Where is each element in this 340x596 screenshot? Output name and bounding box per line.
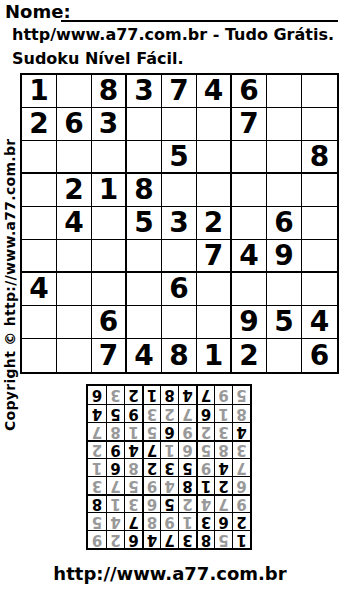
sudoku-cell-r4c8 [267,174,302,207]
solution-cell-r5c5: 3 [160,458,178,476]
solution-cell-r7c9: 7 [88,422,106,440]
solution-cell-r6c5: 1 [160,440,178,458]
solution-cell-r7c3: 2 [196,422,214,440]
sudoku-cell-r9c6: 1 [197,339,232,372]
solution-cell-r9c3: 7 [196,386,214,404]
sudoku-cell-r8c6 [197,306,232,339]
sudoku-cell-r8c1 [22,306,57,339]
solution-cell-r9c1: 5 [232,386,250,404]
solution-cell-r6c8: 9 [106,440,124,458]
puzzle-level-title: Sudoku Nível Fácil. [12,49,184,68]
solution-cell-r7c6: 5 [142,422,160,440]
copyright-vertical-text: Copyright © http://www.a77.com.br [2,139,18,432]
solution-cell-r1c7: 6 [124,530,142,548]
sudoku-cell-r5c4: 5 [127,207,162,240]
solution-cell-r4c7: 5 [124,476,142,494]
sudoku-cell-r7c6 [197,273,232,306]
sudoku-cell-r9c8 [267,339,302,372]
sudoku-cell-r4c2: 2 [57,174,92,207]
solution-cell-r5c4: 5 [178,458,196,476]
solution-cell-r3c2: 7 [214,494,232,512]
solution-cell-r6c2: 8 [214,440,232,458]
solution-cell-r2c2: 6 [214,512,232,530]
solution-cell-r7c7: 1 [124,422,142,440]
solution-cell-r6c7: 4 [124,440,142,458]
sudoku-cell-r2c6 [197,108,232,141]
sudoku-cell-r3c7 [232,141,267,174]
solution-cell-r9c4: 4 [178,386,196,404]
name-blank-line [61,20,338,22]
solution-cell-r9c8: 3 [106,386,124,404]
sudoku-cell-r8c5 [162,306,197,339]
sudoku-cell-r6c2 [57,240,92,273]
solution-cell-r5c9: 1 [88,458,106,476]
sudoku-cell-r6c8: 9 [267,240,302,273]
sudoku-cell-r8c8: 5 [267,306,302,339]
solution-cell-r4c2: 2 [214,476,232,494]
sudoku-cell-r6c9 [302,240,337,273]
sudoku-cell-r5c3 [92,207,127,240]
solution-cell-r7c1: 4 [232,422,250,440]
solution-cell-r3c3: 4 [196,494,214,512]
sudoku-cell-r9c4: 4 [127,339,162,372]
solution-cell-r3c9: 8 [88,494,106,512]
sudoku-cell-r6c7: 4 [232,240,267,273]
sudoku-solution-grid-rotated-180: 1583746292631987459742563186218495737495… [86,384,252,550]
solution-cell-r4c8: 7 [106,476,124,494]
sudoku-cell-r2c1: 2 [22,108,57,141]
sudoku-cell-r2c4 [127,108,162,141]
sudoku-cell-r2c7: 7 [232,108,267,141]
solution-cell-r7c5: 6 [160,422,178,440]
sudoku-cell-r1c7: 6 [232,75,267,108]
solution-cell-r1c6: 4 [142,530,160,548]
sudoku-cell-r1c9 [302,75,337,108]
solution-cell-r3c8: 1 [106,494,124,512]
sudoku-cell-r9c9: 6 [302,339,337,372]
sudoku-cell-r4c7 [232,174,267,207]
solution-cell-r3c4: 2 [178,494,196,512]
solution-cell-r1c5: 7 [160,530,178,548]
solution-cell-r5c6: 2 [142,458,160,476]
sudoku-cell-r9c3: 7 [92,339,127,372]
sudoku-worksheet-page: Nome: http/www.a77.com.br - Tudo Grátis.… [0,0,340,596]
solution-cell-r4c4: 8 [178,476,196,494]
solution-cell-r2c4: 1 [178,512,196,530]
sudoku-cell-r8c3: 6 [92,306,127,339]
sudoku-cell-r4c5 [162,174,197,207]
solution-cell-r2c5: 9 [160,512,178,530]
sudoku-cell-r5c1 [22,207,57,240]
solution-cell-r8c7: 9 [124,404,142,422]
solution-cell-r3c6: 6 [142,494,160,512]
solution-cell-r2c3: 3 [196,512,214,530]
solution-cell-r8c5: 2 [160,404,178,422]
sudoku-cell-r3c2 [57,141,92,174]
solution-cell-r7c2: 3 [214,422,232,440]
sudoku-cell-r7c8 [267,273,302,306]
sudoku-cell-r2c8 [267,108,302,141]
sudoku-cell-r7c4 [127,273,162,306]
solution-cell-r8c1: 8 [232,404,250,422]
sudoku-cell-r1c4: 3 [127,75,162,108]
solution-cell-r9c7: 2 [124,386,142,404]
sudoku-cell-r8c4 [127,306,162,339]
solution-cell-r6c9: 2 [88,440,106,458]
solution-cell-r3c7: 3 [124,494,142,512]
solution-cell-r2c8: 4 [106,512,124,530]
solution-cell-r2c7: 7 [124,512,142,530]
solution-cell-r2c6: 8 [142,512,160,530]
sudoku-cell-r6c1 [22,240,57,273]
solution-cell-r6c6: 7 [142,440,160,458]
sudoku-cell-r3c6 [197,141,232,174]
solution-cell-r9c2: 9 [214,386,232,404]
solution-cell-r5c3: 9 [196,458,214,476]
solution-cell-r5c2: 4 [214,458,232,476]
solution-cell-r6c4: 6 [178,440,196,458]
sudoku-cell-r9c5: 8 [162,339,197,372]
solution-cell-r1c2: 5 [214,530,232,548]
sudoku-cell-r6c6: 7 [197,240,232,273]
site-tagline: http/www.a77.com.br - Tudo Grátis. [12,25,334,44]
sudoku-cell-r6c3 [92,240,127,273]
solution-cell-r1c8: 2 [106,530,124,548]
sudoku-cell-r1c6: 4 [197,75,232,108]
sudoku-cell-r7c1: 4 [22,273,57,306]
solution-cell-r5c7: 8 [124,458,142,476]
solution-cell-r8c3: 6 [196,404,214,422]
sudoku-cell-r5c8: 6 [267,207,302,240]
solution-cell-r7c8: 8 [106,422,124,440]
sudoku-cell-r5c9 [302,207,337,240]
solution-cell-r3c1: 9 [232,494,250,512]
sudoku-cell-r8c2 [57,306,92,339]
solution-cell-r8c9: 4 [88,404,106,422]
sudoku-cell-r9c2 [57,339,92,372]
solution-cell-r6c1: 3 [232,440,250,458]
solution-cell-r8c6: 3 [142,404,160,422]
sudoku-cell-r4c6 [197,174,232,207]
solution-cell-r5c8: 6 [106,458,124,476]
solution-cell-r2c1: 2 [232,512,250,530]
solution-cell-r4c5: 4 [160,476,178,494]
solution-cell-r6c3: 5 [196,440,214,458]
solution-cell-r9c9: 6 [88,386,106,404]
sudoku-cell-r7c2 [57,273,92,306]
sudoku-cell-r7c9 [302,273,337,306]
solution-cell-r9c6: 1 [142,386,160,404]
sudoku-cell-r1c1: 1 [22,75,57,108]
sudoku-cell-r6c5 [162,240,197,273]
name-label: Nome: [5,1,71,22]
solution-cell-r5c1: 7 [232,458,250,476]
sudoku-cell-r5c5: 3 [162,207,197,240]
solution-cell-r8c2: 1 [214,404,232,422]
sudoku-cell-r7c3 [92,273,127,306]
sudoku-cell-r3c1 [22,141,57,174]
sudoku-cell-r5c6: 2 [197,207,232,240]
solution-cell-r1c4: 3 [178,530,196,548]
sudoku-cell-r4c4: 8 [127,174,162,207]
solution-cell-r3c5: 5 [160,494,178,512]
sudoku-cell-r3c9: 8 [302,141,337,174]
solution-cell-r2c9: 5 [88,512,106,530]
sudoku-cell-r4c1 [22,174,57,207]
solution-cell-r4c1: 6 [232,476,250,494]
solution-cell-r8c8: 5 [106,404,124,422]
sudoku-cell-r1c3: 8 [92,75,127,108]
sudoku-cell-r5c2: 4 [57,207,92,240]
sudoku-cell-r1c2 [57,75,92,108]
solution-cell-r1c3: 8 [196,530,214,548]
sudoku-cell-r1c5: 7 [162,75,197,108]
sudoku-cell-r4c3: 1 [92,174,127,207]
solution-cell-r1c9: 9 [88,530,106,548]
solution-cell-r1c1: 1 [232,530,250,548]
sudoku-cell-r2c3: 3 [92,108,127,141]
sudoku-cell-r9c1 [22,339,57,372]
solution-cell-r7c4: 9 [178,422,196,440]
footer-url: http://www.a77.com.br [0,563,340,584]
sudoku-cell-r2c2: 6 [57,108,92,141]
sudoku-cell-r3c8 [267,141,302,174]
sudoku-cell-r4c9 [302,174,337,207]
solution-cell-r4c3: 1 [196,476,214,494]
solution-cell-r4c9: 3 [88,476,106,494]
solution-cell-r9c5: 8 [160,386,178,404]
sudoku-cell-r3c3 [92,141,127,174]
sudoku-cell-r1c8 [267,75,302,108]
sudoku-cell-r8c7: 9 [232,306,267,339]
sudoku-cell-r6c4 [127,240,162,273]
solution-cell-r4c6: 9 [142,476,160,494]
sudoku-cell-r7c7 [232,273,267,306]
solution-cell-r8c4: 7 [178,404,196,422]
sudoku-cell-r3c5: 5 [162,141,197,174]
sudoku-cell-r7c5: 6 [162,273,197,306]
sudoku-cell-r3c4 [127,141,162,174]
sudoku-cell-r2c5 [162,108,197,141]
sudoku-cell-r2c9 [302,108,337,141]
sudoku-cell-r8c9: 4 [302,306,337,339]
sudoku-cell-r5c7 [232,207,267,240]
sudoku-cell-r9c7: 2 [232,339,267,372]
sudoku-puzzle-grid: 18374626375821845326749466954748126 [20,73,339,374]
